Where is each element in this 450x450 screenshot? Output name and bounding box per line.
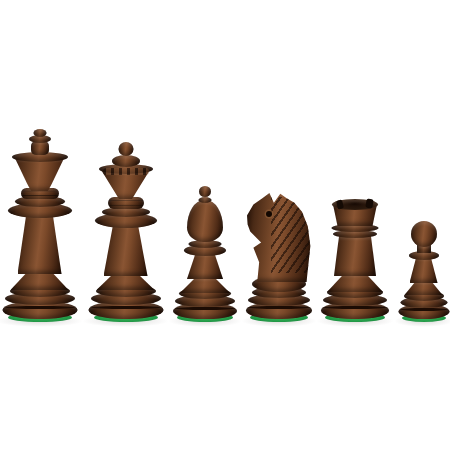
finial-ball (118, 142, 133, 156)
queen-piece: ♛ (88, 141, 163, 322)
king-piece: ♚ (2, 127, 77, 322)
base-groove (91, 306, 161, 309)
pawn-glyph: ♟ (398, 218, 399, 219)
stem (104, 224, 148, 276)
crown-cup (12, 158, 68, 191)
stem-flare (405, 281, 443, 295)
stem (18, 214, 62, 274)
mitre-body (187, 200, 223, 242)
head-ball (411, 221, 437, 247)
coronet-cup (99, 171, 153, 199)
mane-carving (271, 197, 309, 273)
stem-flare (180, 277, 230, 293)
neck-ring (199, 197, 212, 203)
stem-flare (327, 274, 383, 292)
coronet-beads (103, 168, 149, 175)
base-groove (175, 307, 235, 310)
base-groove (248, 306, 310, 309)
crown-dome (112, 155, 140, 167)
horse-head (247, 192, 311, 282)
rook-glyph: ♜ (321, 196, 322, 197)
base-groove (5, 306, 75, 309)
queen-glyph: ♛ (88, 141, 89, 142)
finial-tip (33, 129, 46, 137)
base-groove (400, 308, 447, 311)
bishop-piece: ♝ (173, 185, 237, 322)
tower-body (334, 236, 376, 276)
knight-piece: ♞ (246, 192, 312, 322)
crenel-notch-right (365, 198, 373, 208)
horse-eye-icon (266, 211, 272, 217)
knight-glyph: ♞ (246, 192, 247, 193)
finial-ball (199, 186, 211, 197)
rook-piece: ♜ (321, 196, 389, 322)
chess-set-photo: ♚ ♛ ♝ (0, 0, 450, 450)
king-glyph: ♚ (2, 127, 3, 128)
stem (187, 253, 223, 279)
stem (410, 257, 438, 283)
finial-knob (31, 141, 49, 155)
pawn-piece: ♟ (398, 218, 449, 322)
base-groove (323, 306, 387, 309)
bishop-glyph: ♝ (173, 185, 174, 186)
